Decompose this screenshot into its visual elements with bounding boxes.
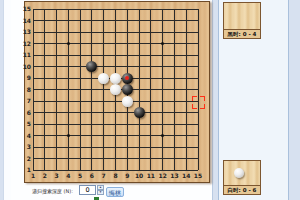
cursor-corner: [200, 96, 205, 101]
row-coordinate: 1: [22, 167, 31, 173]
star-point: [67, 134, 70, 137]
row-coordinate: 10: [22, 64, 31, 70]
column-coordinate: 6: [87, 173, 97, 179]
star-point: [161, 42, 164, 45]
column-coordinate: 9: [122, 173, 132, 179]
column-coordinate: 10: [134, 173, 144, 179]
row-coordinate: 2: [22, 156, 31, 162]
white-stone-icon: [234, 168, 244, 178]
cursor-corner: [192, 96, 197, 101]
search-depth-label: 递归搜索深度 (N):: [32, 188, 73, 194]
row-coordinate: 8: [22, 87, 31, 93]
gomoku-board[interactable]: 1511421331241151069788796105114123132141…: [24, 1, 210, 183]
column-coordinate: 7: [99, 173, 109, 179]
row-coordinate: 11: [22, 52, 31, 58]
column-coordinate: 15: [193, 173, 203, 179]
grid-hline: [33, 158, 198, 159]
column-coordinate: 13: [169, 173, 179, 179]
cursor-corner: [192, 104, 197, 109]
row-coordinate: 6: [22, 110, 31, 116]
hover-cursor[interactable]: [192, 96, 205, 109]
board-panel: 1511421331241151069788796105114123132141…: [11, 0, 213, 200]
column-coordinate: 2: [40, 173, 50, 179]
black-stone: [122, 84, 133, 95]
row-coordinate: 15: [22, 6, 31, 12]
search-depth-stepper: ▲ ▼: [97, 185, 104, 195]
row-coordinate: 13: [22, 29, 31, 35]
row-coordinate: 3: [22, 144, 31, 150]
row-coordinate: 14: [22, 18, 31, 24]
column-coordinate: 3: [52, 173, 62, 179]
column-coordinate: 11: [146, 173, 156, 179]
row-coordinate: 5: [22, 121, 31, 127]
column-coordinate: 1: [28, 173, 38, 179]
black-tray-wood: [224, 3, 260, 29]
grid-vline: [186, 9, 187, 170]
column-coordinate: 4: [63, 173, 73, 179]
white-time-label: 白时: 0 - 6: [224, 185, 260, 194]
undo-button[interactable]: 悔棋: [106, 187, 124, 197]
star-point: [67, 42, 70, 45]
column-coordinate: 8: [111, 173, 121, 179]
cursor-corner: [200, 104, 205, 109]
white-stone: [110, 73, 121, 84]
star-point: [161, 134, 164, 137]
search-depth-input[interactable]: [79, 185, 96, 195]
white-player-tray: 白时: 0 - 6: [223, 160, 261, 195]
side-column: 黑时: 0 - 4 白时: 0 - 6: [218, 0, 289, 200]
progress-sliver: [94, 197, 99, 200]
board-grid: 1511421331241151069788796105114123132141…: [33, 9, 198, 170]
grid-vline: [198, 9, 199, 170]
row-coordinate: 7: [22, 98, 31, 104]
row-coordinate: 9: [22, 75, 31, 81]
white-stone: [122, 96, 133, 107]
column-coordinate: 5: [75, 173, 85, 179]
column-coordinate: 12: [158, 173, 168, 179]
white-stone: [110, 84, 121, 95]
black-player-tray: 黑时: 0 - 4: [223, 2, 261, 39]
spin-down-button[interactable]: ▼: [97, 190, 104, 195]
row-coordinate: 12: [22, 41, 31, 47]
app-window: 1511421331241151069788796105114123132141…: [0, 0, 300, 200]
black-stone: [86, 61, 97, 72]
row-coordinate: 4: [22, 133, 31, 139]
grid-hline: [33, 147, 198, 148]
white-tray-wood: [224, 161, 260, 185]
column-coordinate: 14: [181, 173, 191, 179]
grid-hline: [33, 170, 198, 171]
black-stone: [134, 107, 145, 118]
white-stone: [98, 73, 109, 84]
black-time-label: 黑时: 0 - 4: [224, 29, 260, 38]
